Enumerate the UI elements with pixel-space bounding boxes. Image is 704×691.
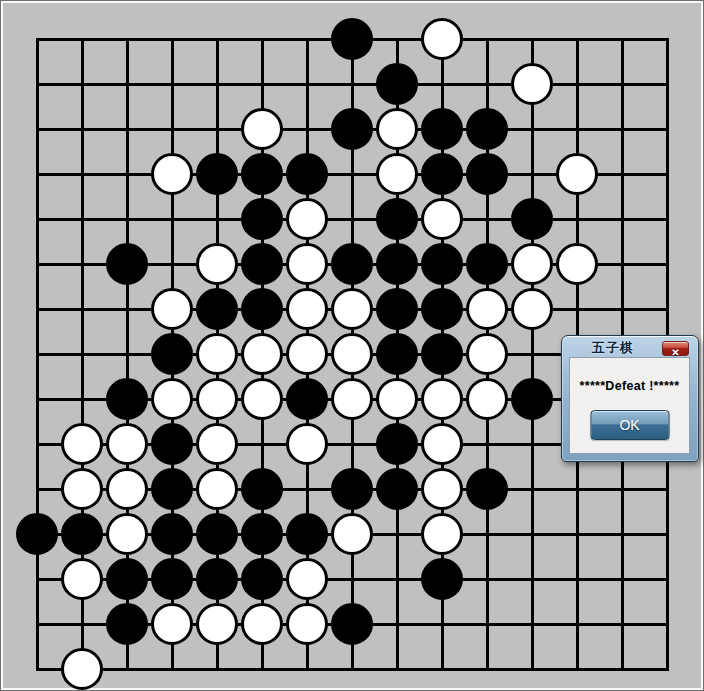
black-stone [421, 243, 463, 285]
black-stone [286, 153, 328, 195]
white-stone [61, 423, 103, 465]
black-stone [331, 18, 373, 60]
white-stone [511, 243, 553, 285]
white-stone [241, 603, 283, 645]
white-stone [196, 333, 238, 375]
gomoku-game-window: 五子棋 ✕ *****Defeat !***** OK [0, 0, 704, 691]
black-stone [376, 333, 418, 375]
white-stone [331, 333, 373, 375]
black-stone [511, 378, 553, 420]
close-button[interactable]: ✕ [662, 341, 689, 356]
white-stone [421, 423, 463, 465]
white-stone [241, 108, 283, 150]
white-stone [286, 558, 328, 600]
white-stone [556, 153, 598, 195]
black-stone [196, 153, 238, 195]
black-stone [421, 333, 463, 375]
white-stone [331, 288, 373, 330]
white-stone [151, 603, 193, 645]
black-stone [16, 513, 58, 555]
black-stone [376, 288, 418, 330]
black-stone [196, 513, 238, 555]
black-stone [241, 558, 283, 600]
black-stone [466, 243, 508, 285]
black-stone [511, 198, 553, 240]
white-stone [421, 468, 463, 510]
white-stone [421, 18, 463, 60]
black-stone [331, 243, 373, 285]
white-stone [196, 378, 238, 420]
white-stone [286, 198, 328, 240]
black-stone [151, 558, 193, 600]
black-stone [376, 468, 418, 510]
white-stone [196, 603, 238, 645]
black-stone [466, 108, 508, 150]
black-stone [241, 468, 283, 510]
white-stone [241, 333, 283, 375]
dialog-body: *****Defeat !***** OK [569, 357, 690, 454]
black-stone [106, 243, 148, 285]
black-stone [241, 153, 283, 195]
white-stone [286, 423, 328, 465]
white-stone [421, 513, 463, 555]
grid-line-vertical [531, 38, 534, 671]
black-stone [421, 558, 463, 600]
white-stone [61, 648, 103, 690]
black-stone [376, 63, 418, 105]
black-stone [286, 378, 328, 420]
white-stone [286, 243, 328, 285]
black-stone [106, 558, 148, 600]
black-stone [331, 108, 373, 150]
black-stone [151, 333, 193, 375]
black-stone [106, 603, 148, 645]
black-stone [376, 243, 418, 285]
white-stone [421, 198, 463, 240]
white-stone [421, 378, 463, 420]
white-stone [466, 333, 508, 375]
white-stone [331, 513, 373, 555]
black-stone [466, 153, 508, 195]
dialog-title: 五子棋 [562, 339, 664, 357]
white-stone [106, 468, 148, 510]
black-stone [331, 603, 373, 645]
white-stone [151, 153, 193, 195]
white-stone [376, 153, 418, 195]
white-stone [466, 378, 508, 420]
black-stone [331, 468, 373, 510]
white-stone [286, 288, 328, 330]
white-stone [106, 423, 148, 465]
black-stone [241, 198, 283, 240]
white-stone [196, 243, 238, 285]
black-stone [421, 153, 463, 195]
white-stone [61, 558, 103, 600]
white-stone [61, 468, 103, 510]
white-stone [286, 333, 328, 375]
black-stone [376, 198, 418, 240]
white-stone [376, 108, 418, 150]
white-stone [376, 378, 418, 420]
white-stone [511, 63, 553, 105]
black-stone [196, 558, 238, 600]
black-stone [376, 423, 418, 465]
white-stone [196, 423, 238, 465]
black-stone [421, 288, 463, 330]
white-stone [511, 288, 553, 330]
black-stone [151, 513, 193, 555]
black-stone [466, 468, 508, 510]
black-stone [61, 513, 103, 555]
grid-line-horizontal [36, 668, 669, 671]
white-stone [241, 378, 283, 420]
defeat-message: *****Defeat !***** [570, 379, 689, 393]
white-stone [286, 603, 328, 645]
white-stone [196, 468, 238, 510]
black-stone [151, 468, 193, 510]
defeat-dialog: 五子棋 ✕ *****Defeat !***** OK [561, 335, 699, 462]
ok-button[interactable]: OK [590, 410, 669, 440]
white-stone [106, 513, 148, 555]
white-stone [331, 378, 373, 420]
white-stone [151, 378, 193, 420]
dialog-titlebar[interactable]: 五子棋 ✕ [562, 336, 698, 357]
white-stone [466, 288, 508, 330]
black-stone [196, 288, 238, 330]
white-stone [151, 288, 193, 330]
black-stone [421, 108, 463, 150]
black-stone [241, 288, 283, 330]
black-stone [106, 378, 148, 420]
black-stone [151, 423, 193, 465]
white-stone [556, 243, 598, 285]
black-stone [286, 513, 328, 555]
black-stone [241, 243, 283, 285]
black-stone [241, 513, 283, 555]
